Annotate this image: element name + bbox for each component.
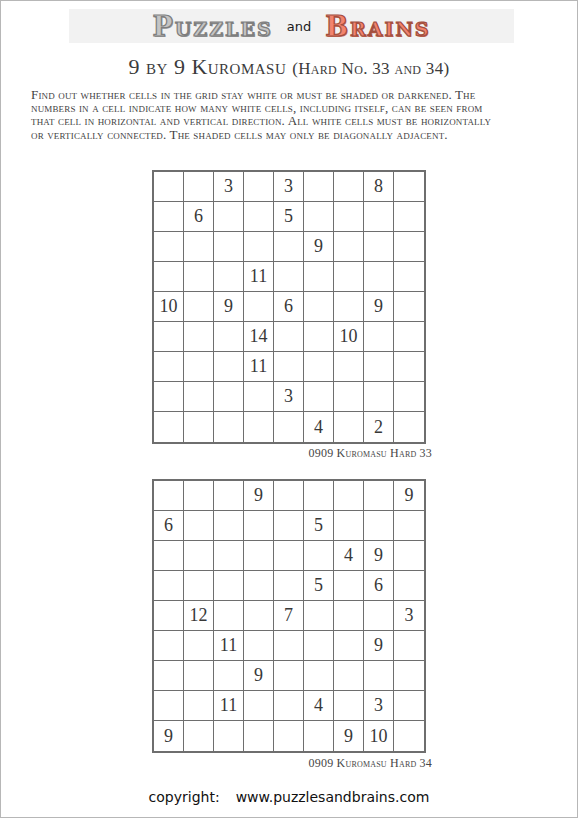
logo-bar: Puzzles and Brains bbox=[69, 9, 514, 43]
puzzle34-cell-r5c3[interactable] bbox=[214, 601, 244, 631]
board-33-caption: 0909 Kuromasu Hard 33 bbox=[152, 446, 432, 461]
puzzle33-cell-r6c4[interactable]: 14 bbox=[244, 322, 274, 352]
puzzle34-cell-r4c6[interactable]: 5 bbox=[304, 571, 334, 601]
puzzle34-cell-r1c2[interactable] bbox=[184, 481, 214, 511]
puzzle33-cell-r8c8[interactable] bbox=[364, 382, 394, 412]
logo-and: and bbox=[287, 19, 311, 34]
puzzle33-cell-r7c5[interactable] bbox=[274, 352, 304, 382]
puzzle33-cell-r9c7[interactable] bbox=[334, 412, 364, 442]
puzzle33-cell-r3c7[interactable] bbox=[334, 232, 364, 262]
puzzle34-cell-r7c5[interactable] bbox=[274, 661, 304, 691]
puzzle34-cell-r3c7[interactable]: 4 bbox=[334, 541, 364, 571]
puzzle34-cell-r5c8[interactable] bbox=[364, 601, 394, 631]
puzzle34-cell-r2c6[interactable]: 5 bbox=[304, 511, 334, 541]
puzzle33-cell-r4c7[interactable] bbox=[334, 262, 364, 292]
puzzle33-cell-r3c9[interactable] bbox=[394, 232, 424, 262]
puzzle34-cell-r5c6[interactable] bbox=[304, 601, 334, 631]
puzzle33-cell-r2c7[interactable] bbox=[334, 202, 364, 232]
puzzle34-cell-r5c1[interactable] bbox=[154, 601, 184, 631]
puzzle33-cell-r1c3[interactable]: 3 bbox=[214, 172, 244, 202]
puzzle34-cell-r2c9[interactable] bbox=[394, 511, 424, 541]
puzzle34-cell-r7c2[interactable] bbox=[184, 661, 214, 691]
kuromasu-board-34: 996549561273119911439910 bbox=[152, 479, 426, 753]
puzzle34-cell-r1c9[interactable]: 9 bbox=[394, 481, 424, 511]
puzzle34-cell-r5c5[interactable]: 7 bbox=[274, 601, 304, 631]
puzzle33-cell-r1c9[interactable] bbox=[394, 172, 424, 202]
title-main: 9 by 9 Kuromasu bbox=[129, 54, 287, 79]
puzzle33-cell-r5c9[interactable] bbox=[394, 292, 424, 322]
puzzle33-cell-r5c1[interactable]: 10 bbox=[154, 292, 184, 322]
puzzle34-cell-r8c6[interactable]: 4 bbox=[304, 691, 334, 721]
puzzle33-cell-r6c5[interactable] bbox=[274, 322, 304, 352]
puzzle33-cell-r8c4[interactable] bbox=[244, 382, 274, 412]
puzzle33-cell-r2c1[interactable] bbox=[154, 202, 184, 232]
puzzle34-cell-r8c7[interactable] bbox=[334, 691, 364, 721]
puzzle33-cell-r5c2[interactable] bbox=[184, 292, 214, 322]
puzzle34-cell-r3c9[interactable] bbox=[394, 541, 424, 571]
puzzle34-cell-r6c3[interactable]: 11 bbox=[214, 631, 244, 661]
puzzle34-cell-r3c3[interactable] bbox=[214, 541, 244, 571]
page-title: 9 by 9 Kuromasu(Hard No. 33 and 34) bbox=[1, 54, 577, 80]
puzzle33-cell-r4c2[interactable] bbox=[184, 262, 214, 292]
puzzle33-cell-r3c2[interactable] bbox=[184, 232, 214, 262]
puzzle33-cell-r8c5[interactable]: 3 bbox=[274, 382, 304, 412]
instructions-line: that cell in horizontal and vertical dir… bbox=[31, 114, 555, 127]
puzzle34-cell-r5c4[interactable] bbox=[244, 601, 274, 631]
puzzle34-cell-r1c7[interactable] bbox=[334, 481, 364, 511]
puzzle34-cell-r7c9[interactable] bbox=[394, 661, 424, 691]
puzzle33-cell-r8c7[interactable] bbox=[334, 382, 364, 412]
puzzle33-cell-r2c2[interactable]: 6 bbox=[184, 202, 214, 232]
puzzle34-cell-r6c5[interactable] bbox=[274, 631, 304, 661]
puzzle33-cell-r3c4[interactable] bbox=[244, 232, 274, 262]
puzzle34-cell-r4c9[interactable] bbox=[394, 571, 424, 601]
instructions-line: or vertically connected. The shaded cell… bbox=[31, 128, 555, 141]
puzzle33-cell-r1c6[interactable] bbox=[304, 172, 334, 202]
puzzle34-cell-r6c2[interactable] bbox=[184, 631, 214, 661]
puzzle33-cell-r3c6[interactable]: 9 bbox=[304, 232, 334, 262]
puzzle34-cell-r1c8[interactable] bbox=[364, 481, 394, 511]
puzzle34-cell-r8c2[interactable] bbox=[184, 691, 214, 721]
puzzle34-cell-r9c8[interactable]: 10 bbox=[364, 721, 394, 751]
puzzle33-cell-r1c5[interactable]: 3 bbox=[274, 172, 304, 202]
puzzle34-cell-r1c5[interactable] bbox=[274, 481, 304, 511]
puzzle33-cell-r9c8[interactable]: 2 bbox=[364, 412, 394, 442]
site-url: www.puzzlesandbrains.com bbox=[236, 789, 430, 805]
puzzle33-cell-r9c1[interactable] bbox=[154, 412, 184, 442]
puzzle34-cell-r8c4[interactable] bbox=[244, 691, 274, 721]
puzzle34-cell-r3c4[interactable] bbox=[244, 541, 274, 571]
puzzle33-cell-r3c3[interactable] bbox=[214, 232, 244, 262]
copyright-label: copyright: bbox=[149, 789, 220, 805]
puzzle34-cell-r9c2[interactable] bbox=[184, 721, 214, 751]
puzzle33-cell-r7c9[interactable] bbox=[394, 352, 424, 382]
puzzle34-cell-r4c2[interactable] bbox=[184, 571, 214, 601]
puzzle33-cell-r4c1[interactable] bbox=[154, 262, 184, 292]
puzzle33-cell-r5c6[interactable] bbox=[304, 292, 334, 322]
puzzle34-cell-r8c8[interactable]: 3 bbox=[364, 691, 394, 721]
puzzle34-cell-r7c4[interactable]: 9 bbox=[244, 661, 274, 691]
puzzle33-cell-r9c6[interactable]: 4 bbox=[304, 412, 334, 442]
puzzle33-cell-r1c4[interactable] bbox=[244, 172, 274, 202]
puzzle33-cell-r2c3[interactable] bbox=[214, 202, 244, 232]
puzzle33-cell-r6c1[interactable] bbox=[154, 322, 184, 352]
puzzle34-cell-r6c6[interactable] bbox=[304, 631, 334, 661]
puzzle33-cell-r5c3[interactable]: 9 bbox=[214, 292, 244, 322]
puzzle33-cell-r4c8[interactable] bbox=[364, 262, 394, 292]
puzzle33-cell-r2c8[interactable] bbox=[364, 202, 394, 232]
puzzle33-cell-r5c8[interactable]: 9 bbox=[364, 292, 394, 322]
puzzle34-cell-r4c3[interactable] bbox=[214, 571, 244, 601]
puzzle34-cell-r6c1[interactable] bbox=[154, 631, 184, 661]
puzzle34-cell-r8c3[interactable]: 11 bbox=[214, 691, 244, 721]
puzzle34-cell-r9c9[interactable] bbox=[394, 721, 424, 751]
puzzle33-cell-r9c4[interactable] bbox=[244, 412, 274, 442]
puzzle34-cell-r9c6[interactable] bbox=[304, 721, 334, 751]
puzzle33-cell-r3c5[interactable] bbox=[274, 232, 304, 262]
puzzle33-cell-r7c1[interactable] bbox=[154, 352, 184, 382]
puzzle33-cell-r9c2[interactable] bbox=[184, 412, 214, 442]
puzzle34-cell-r3c6[interactable] bbox=[304, 541, 334, 571]
puzzle33-cell-r4c5[interactable] bbox=[274, 262, 304, 292]
puzzle34-cell-r9c5[interactable] bbox=[274, 721, 304, 751]
puzzle34-cell-r6c4[interactable] bbox=[244, 631, 274, 661]
puzzle33-cell-r2c9[interactable] bbox=[394, 202, 424, 232]
puzzle33-cell-r7c8[interactable] bbox=[364, 352, 394, 382]
puzzle34-cell-r1c4[interactable]: 9 bbox=[244, 481, 274, 511]
puzzle34-cell-r5c9[interactable]: 3 bbox=[394, 601, 424, 631]
puzzle34-cell-r8c5[interactable] bbox=[274, 691, 304, 721]
puzzle33-cell-r4c3[interactable] bbox=[214, 262, 244, 292]
puzzle33-cell-r1c1[interactable] bbox=[154, 172, 184, 202]
puzzle34-cell-r3c2[interactable] bbox=[184, 541, 214, 571]
puzzle33-cell-r8c3[interactable] bbox=[214, 382, 244, 412]
puzzle34-cell-r5c2[interactable]: 12 bbox=[184, 601, 214, 631]
puzzle33-cell-r7c3[interactable] bbox=[214, 352, 244, 382]
instructions: Find out whether cells in the grid stay … bbox=[31, 88, 555, 141]
puzzle33-cell-r5c7[interactable] bbox=[334, 292, 364, 322]
logo-puzzles: Puzzles bbox=[153, 13, 273, 40]
puzzle33-cell-r8c2[interactable] bbox=[184, 382, 214, 412]
puzzle33-cell-r9c3[interactable] bbox=[214, 412, 244, 442]
puzzle33-cell-r5c4[interactable] bbox=[244, 292, 274, 322]
puzzle34-cell-r2c7[interactable] bbox=[334, 511, 364, 541]
puzzle34-cell-r9c3[interactable] bbox=[214, 721, 244, 751]
puzzle34-cell-r5c7[interactable] bbox=[334, 601, 364, 631]
puzzle33-cell-r9c5[interactable] bbox=[274, 412, 304, 442]
puzzle33-cell-r4c6[interactable] bbox=[304, 262, 334, 292]
puzzle33-cell-r2c5[interactable]: 5 bbox=[274, 202, 304, 232]
puzzle33-cell-r6c6[interactable] bbox=[304, 322, 334, 352]
puzzle34-cell-r3c1[interactable] bbox=[154, 541, 184, 571]
puzzle33-cell-r7c2[interactable] bbox=[184, 352, 214, 382]
puzzle34-cell-r7c3[interactable] bbox=[214, 661, 244, 691]
puzzle33-cell-r4c4[interactable]: 11 bbox=[244, 262, 274, 292]
puzzle34-cell-r2c4[interactable] bbox=[244, 511, 274, 541]
puzzle34-cell-r1c6[interactable] bbox=[304, 481, 334, 511]
puzzle33-cell-r1c7[interactable] bbox=[334, 172, 364, 202]
puzzle34-cell-r9c7[interactable]: 9 bbox=[334, 721, 364, 751]
logo-brains: Brains bbox=[325, 13, 430, 40]
puzzle34-cell-r7c7[interactable] bbox=[334, 661, 364, 691]
puzzle34-cell-r2c3[interactable] bbox=[214, 511, 244, 541]
puzzle33-cell-r4c9[interactable] bbox=[394, 262, 424, 292]
puzzle34-cell-r2c2[interactable] bbox=[184, 511, 214, 541]
footer: copyright: www.puzzlesandbrains.com bbox=[1, 789, 577, 805]
puzzle34-cell-r4c7[interactable] bbox=[334, 571, 364, 601]
puzzle34-cell-r1c1[interactable] bbox=[154, 481, 184, 511]
puzzle33-cell-r9c9[interactable] bbox=[394, 412, 424, 442]
puzzle34-cell-r7c1[interactable] bbox=[154, 661, 184, 691]
puzzle33-cell-r7c4[interactable]: 11 bbox=[244, 352, 274, 382]
puzzle34-cell-r7c8[interactable] bbox=[364, 661, 394, 691]
puzzle34-cell-r2c8[interactable] bbox=[364, 511, 394, 541]
puzzle34-cell-r8c9[interactable] bbox=[394, 691, 424, 721]
puzzle34-cell-r4c4[interactable] bbox=[244, 571, 274, 601]
puzzle34-cell-r3c8[interactable]: 9 bbox=[364, 541, 394, 571]
puzzle33-cell-r3c1[interactable] bbox=[154, 232, 184, 262]
puzzle34-cell-r2c5[interactable] bbox=[274, 511, 304, 541]
puzzle33-cell-r6c9[interactable] bbox=[394, 322, 424, 352]
puzzle34-cell-r4c8[interactable]: 6 bbox=[364, 571, 394, 601]
puzzle34-cell-r3c5[interactable] bbox=[274, 541, 304, 571]
puzzle34-cell-r6c8[interactable]: 9 bbox=[364, 631, 394, 661]
puzzle34-cell-r9c1[interactable]: 9 bbox=[154, 721, 184, 751]
puzzle33-cell-r2c4[interactable] bbox=[244, 202, 274, 232]
puzzle33-cell-r8c6[interactable] bbox=[304, 382, 334, 412]
puzzle33-cell-r1c2[interactable] bbox=[184, 172, 214, 202]
puzzle33-cell-r8c9[interactable] bbox=[394, 382, 424, 412]
kuromasu-board-33: 3386591110969141011342 bbox=[152, 170, 426, 444]
worksheet-page: Puzzles and Brains 9 by 9 Kuromasu(Hard … bbox=[0, 0, 578, 818]
puzzle33-cell-r1c8[interactable]: 8 bbox=[364, 172, 394, 202]
puzzle33-cell-r6c3[interactable] bbox=[214, 322, 244, 352]
puzzle34-cell-r2c1[interactable]: 6 bbox=[154, 511, 184, 541]
puzzle33-cell-r7c7[interactable] bbox=[334, 352, 364, 382]
puzzle33-cell-r6c8[interactable] bbox=[364, 322, 394, 352]
puzzle33-cell-r6c2[interactable] bbox=[184, 322, 214, 352]
puzzle34-cell-r4c5[interactable] bbox=[274, 571, 304, 601]
puzzle33-cell-r2c6[interactable] bbox=[304, 202, 334, 232]
puzzle34-cell-r1c3[interactable] bbox=[214, 481, 244, 511]
puzzle34-cell-r7c6[interactable] bbox=[304, 661, 334, 691]
title-sub: (Hard No. 33 and 34) bbox=[292, 59, 449, 78]
puzzle34-cell-r6c7[interactable] bbox=[334, 631, 364, 661]
puzzle33-cell-r8c1[interactable] bbox=[154, 382, 184, 412]
puzzle34-cell-r6c9[interactable] bbox=[394, 631, 424, 661]
puzzle34-cell-r8c1[interactable] bbox=[154, 691, 184, 721]
puzzle34-cell-r4c1[interactable] bbox=[154, 571, 184, 601]
puzzle34-cell-r9c4[interactable] bbox=[244, 721, 274, 751]
puzzle33-cell-r3c8[interactable] bbox=[364, 232, 394, 262]
board-34-caption: 0909 Kuromasu Hard 34 bbox=[152, 756, 432, 771]
puzzle33-cell-r6c7[interactable]: 10 bbox=[334, 322, 364, 352]
puzzle33-cell-r7c6[interactable] bbox=[304, 352, 334, 382]
puzzle33-cell-r5c5[interactable]: 6 bbox=[274, 292, 304, 322]
